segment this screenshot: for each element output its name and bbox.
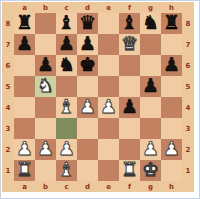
piece-black-king[interactable]: ♚ bbox=[79, 55, 96, 75]
file-label-h-bottom: h bbox=[161, 181, 182, 192]
square-c5[interactable] bbox=[56, 76, 77, 97]
square-c8[interactable]: ♝ bbox=[56, 13, 77, 34]
piece-black-pawn[interactable]: ♟ bbox=[163, 55, 180, 75]
square-b8[interactable] bbox=[35, 13, 56, 34]
rank-label-7-right: 7 bbox=[182, 34, 194, 55]
file-label-e-bottom: e bbox=[98, 181, 119, 192]
square-d1[interactable] bbox=[77, 160, 98, 181]
piece-white-pawn[interactable]: ♟ bbox=[37, 139, 54, 159]
file-label-h-top: h bbox=[161, 2, 182, 13]
square-h8[interactable]: ♜ bbox=[161, 13, 182, 34]
square-a3[interactable] bbox=[14, 118, 35, 139]
rank-label-2-right: 2 bbox=[182, 139, 194, 160]
piece-black-knight[interactable]: ♞ bbox=[58, 55, 75, 75]
file-label-f-bottom: f bbox=[119, 181, 140, 192]
file-label-b-top: b bbox=[35, 2, 56, 13]
rank-label-6-left: 6 bbox=[2, 55, 14, 76]
square-f4[interactable]: ♟ bbox=[119, 97, 140, 118]
rank-label-3-left: 3 bbox=[2, 118, 14, 139]
square-d2[interactable] bbox=[77, 139, 98, 160]
square-c2[interactable]: ♟ bbox=[56, 139, 77, 160]
square-f7[interactable]: ♛ bbox=[119, 34, 140, 55]
square-g2[interactable]: ♟ bbox=[140, 139, 161, 160]
square-e5[interactable] bbox=[98, 76, 119, 97]
piece-white-king[interactable]: ♚ bbox=[142, 160, 159, 180]
piece-white-pawn[interactable]: ♟ bbox=[163, 139, 180, 159]
square-c1[interactable]: ♝ bbox=[56, 160, 77, 181]
square-d7[interactable]: ♟ bbox=[77, 34, 98, 55]
square-b1[interactable] bbox=[35, 160, 56, 181]
piece-black-pawn[interactable]: ♟ bbox=[58, 34, 75, 54]
file-label-e-top: e bbox=[98, 2, 119, 13]
square-c3[interactable] bbox=[56, 118, 77, 139]
piece-black-pawn[interactable]: ♟ bbox=[37, 55, 54, 75]
file-label-a-bottom: a bbox=[14, 181, 35, 192]
square-e3[interactable] bbox=[98, 118, 119, 139]
square-h4[interactable] bbox=[161, 97, 182, 118]
square-a2[interactable]: ♟ bbox=[14, 139, 35, 160]
square-f3[interactable] bbox=[119, 118, 140, 139]
piece-black-pawn[interactable]: ♟ bbox=[121, 97, 138, 117]
square-h5[interactable] bbox=[161, 76, 182, 97]
file-label-c-top: c bbox=[56, 2, 77, 13]
square-b6[interactable]: ♟ bbox=[35, 55, 56, 76]
rank-label-1-right: 1 bbox=[182, 160, 194, 181]
square-a5[interactable] bbox=[14, 76, 35, 97]
square-d5[interactable] bbox=[77, 76, 98, 97]
square-h7[interactable] bbox=[161, 34, 182, 55]
file-label-g-top: g bbox=[140, 2, 161, 13]
piece-white-pawn[interactable]: ♟ bbox=[79, 97, 96, 117]
piece-black-bishop[interactable]: ♝ bbox=[58, 13, 75, 33]
piece-white-pawn[interactable]: ♟ bbox=[16, 139, 33, 159]
piece-black-knight[interactable]: ♞ bbox=[142, 13, 159, 33]
square-f2[interactable] bbox=[119, 139, 140, 160]
corner-bottom-left bbox=[2, 181, 14, 192]
square-e8[interactable] bbox=[98, 13, 119, 34]
square-e2[interactable] bbox=[98, 139, 119, 160]
rank-label-8-left: 8 bbox=[2, 13, 14, 34]
square-d3[interactable] bbox=[77, 118, 98, 139]
square-e1[interactable] bbox=[98, 160, 119, 181]
rank-label-6-right: 6 bbox=[182, 55, 194, 76]
piece-white-knight[interactable]: ♞ bbox=[37, 76, 54, 96]
corner-bottom-right bbox=[182, 181, 194, 192]
square-g1[interactable]: ♚ bbox=[140, 160, 161, 181]
square-a6[interactable] bbox=[14, 55, 35, 76]
square-f8[interactable]: ♝ bbox=[119, 13, 140, 34]
square-g6[interactable] bbox=[140, 55, 161, 76]
file-label-a-top: a bbox=[14, 2, 35, 13]
square-e7[interactable] bbox=[98, 34, 119, 55]
file-label-b-bottom: b bbox=[35, 181, 56, 192]
rank-label-5-right: 5 bbox=[182, 76, 194, 97]
square-c6[interactable]: ♞ bbox=[56, 55, 77, 76]
square-a4[interactable] bbox=[14, 97, 35, 118]
piece-black-bishop[interactable]: ♝ bbox=[121, 13, 138, 33]
rank-label-4-right: 4 bbox=[182, 97, 194, 118]
chess-board: abcdefgh8♜♝♛♝♞♜87♟♟♟♛76♟♞♚♟65♞♟54♝♟♟♟433… bbox=[2, 2, 194, 192]
square-g4[interactable] bbox=[140, 97, 161, 118]
rank-label-5-left: 5 bbox=[2, 76, 14, 97]
square-f6[interactable] bbox=[119, 55, 140, 76]
square-g7[interactable] bbox=[140, 34, 161, 55]
rank-label-4-left: 4 bbox=[2, 97, 14, 118]
square-e4[interactable]: ♟ bbox=[98, 97, 119, 118]
square-a8[interactable]: ♜ bbox=[14, 13, 35, 34]
square-c7[interactable]: ♟ bbox=[56, 34, 77, 55]
corner-top-right bbox=[182, 2, 194, 13]
piece-white-rook[interactable]: ♜ bbox=[121, 160, 138, 180]
piece-white-pawn[interactable]: ♟ bbox=[58, 139, 75, 159]
piece-black-queen[interactable]: ♛ bbox=[79, 13, 96, 33]
square-g3[interactable] bbox=[140, 118, 161, 139]
piece-white-bishop[interactable]: ♝ bbox=[58, 97, 75, 117]
piece-black-pawn[interactable]: ♟ bbox=[79, 34, 96, 54]
square-b5[interactable]: ♞ bbox=[35, 76, 56, 97]
square-d6[interactable]: ♚ bbox=[77, 55, 98, 76]
board-frame: abcdefgh8♜♝♛♝♞♜87♟♟♟♛76♟♞♚♟65♞♟54♝♟♟♟433… bbox=[0, 0, 200, 199]
file-label-d-bottom: d bbox=[77, 181, 98, 192]
square-b4[interactable] bbox=[35, 97, 56, 118]
square-f1[interactable]: ♜ bbox=[119, 160, 140, 181]
square-f5[interactable] bbox=[119, 76, 140, 97]
rank-label-8-right: 8 bbox=[182, 13, 194, 34]
square-d4[interactable]: ♟ bbox=[77, 97, 98, 118]
square-b2[interactable]: ♟ bbox=[35, 139, 56, 160]
rank-label-2-left: 2 bbox=[2, 139, 14, 160]
piece-black-pawn[interactable]: ♟ bbox=[142, 76, 159, 96]
piece-black-pawn[interactable]: ♟ bbox=[16, 34, 33, 54]
piece-black-rook[interactable]: ♜ bbox=[16, 13, 33, 33]
square-e6[interactable] bbox=[98, 55, 119, 76]
piece-white-rook[interactable]: ♜ bbox=[16, 160, 33, 180]
rank-label-1-left: 1 bbox=[2, 160, 14, 181]
piece-white-pawn[interactable]: ♟ bbox=[100, 97, 117, 117]
file-label-d-top: d bbox=[77, 2, 98, 13]
square-h3[interactable] bbox=[161, 118, 182, 139]
square-h6[interactable]: ♟ bbox=[161, 55, 182, 76]
square-a7[interactable]: ♟ bbox=[14, 34, 35, 55]
square-a1[interactable]: ♜ bbox=[14, 160, 35, 181]
piece-black-rook[interactable]: ♜ bbox=[163, 13, 180, 33]
corner-top-left bbox=[2, 2, 14, 13]
square-g5[interactable]: ♟ bbox=[140, 76, 161, 97]
square-g8[interactable]: ♞ bbox=[140, 13, 161, 34]
square-c4[interactable]: ♝ bbox=[56, 97, 77, 118]
piece-white-queen[interactable]: ♛ bbox=[121, 34, 138, 54]
square-h2[interactable]: ♟ bbox=[161, 139, 182, 160]
rank-label-7-left: 7 bbox=[2, 34, 14, 55]
file-label-f-top: f bbox=[119, 2, 140, 13]
square-b7[interactable] bbox=[35, 34, 56, 55]
piece-white-pawn[interactable]: ♟ bbox=[142, 139, 159, 159]
square-b3[interactable] bbox=[35, 118, 56, 139]
square-d8[interactable]: ♛ bbox=[77, 13, 98, 34]
file-label-c-bottom: c bbox=[56, 181, 77, 192]
file-label-g-bottom: g bbox=[140, 181, 161, 192]
piece-white-bishop[interactable]: ♝ bbox=[58, 160, 75, 180]
rank-label-3-right: 3 bbox=[182, 118, 194, 139]
square-h1[interactable] bbox=[161, 160, 182, 181]
